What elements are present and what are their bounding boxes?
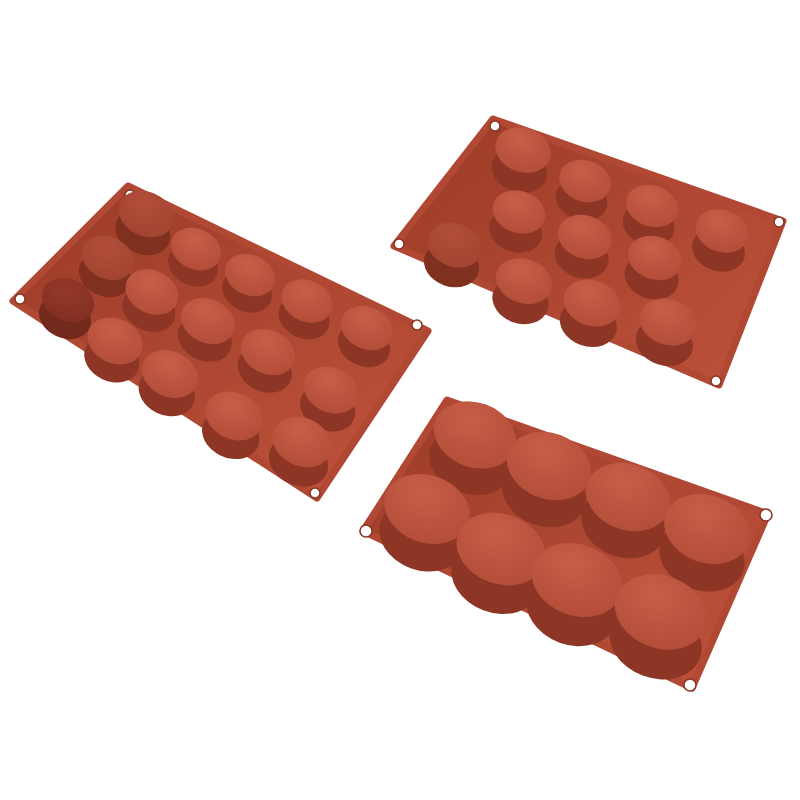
hanging-hole bbox=[310, 488, 320, 498]
hanging-hole bbox=[684, 679, 696, 691]
hanging-hole bbox=[774, 217, 784, 227]
hanging-hole bbox=[394, 239, 404, 249]
hanging-hole bbox=[360, 525, 372, 537]
product-photo bbox=[0, 0, 800, 800]
hanging-hole bbox=[15, 294, 25, 304]
hanging-hole bbox=[490, 121, 500, 131]
hanging-hole bbox=[711, 376, 721, 386]
hanging-hole bbox=[412, 320, 422, 330]
hanging-hole bbox=[760, 509, 772, 521]
molds-scene bbox=[0, 0, 800, 800]
